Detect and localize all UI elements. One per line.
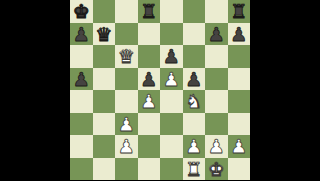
piece-white-queen[interactable]: ♛ (118, 45, 135, 67)
square-e6[interactable]: ♟ (160, 45, 183, 68)
square-e2[interactable] (160, 135, 183, 158)
square-e8[interactable] (160, 0, 183, 23)
square-b6[interactable] (93, 45, 116, 68)
app-window: ♚♜♜♟♛♟♟♛♟♟♟♟♟♟♞♟♟♟♟♟♜♚ (0, 0, 320, 180)
piece-white-rook[interactable]: ♜ (185, 158, 202, 180)
square-g6[interactable] (205, 45, 228, 68)
square-c2[interactable]: ♟ (115, 135, 138, 158)
square-f5[interactable]: ♟ (183, 68, 206, 91)
square-b8[interactable] (93, 0, 116, 23)
piece-white-pawn[interactable]: ♟ (230, 135, 247, 157)
letterbox-left (0, 0, 70, 180)
square-d6[interactable] (138, 45, 161, 68)
square-f4[interactable]: ♞ (183, 90, 206, 113)
square-b4[interactable] (93, 90, 116, 113)
piece-black-pawn[interactable]: ♟ (208, 23, 225, 45)
piece-black-pawn[interactable]: ♟ (73, 23, 90, 45)
square-c8[interactable] (115, 0, 138, 23)
piece-black-pawn[interactable]: ♟ (230, 23, 247, 45)
square-b1[interactable] (93, 158, 116, 181)
square-g1[interactable]: ♚ (205, 158, 228, 181)
square-b2[interactable] (93, 135, 116, 158)
piece-black-rook[interactable]: ♜ (230, 0, 247, 22)
piece-white-pawn[interactable]: ♟ (185, 135, 202, 157)
square-h4[interactable] (228, 90, 251, 113)
square-f6[interactable] (183, 45, 206, 68)
piece-white-king[interactable]: ♚ (208, 158, 225, 180)
square-e4[interactable] (160, 90, 183, 113)
letterbox-right (250, 0, 320, 180)
square-e7[interactable] (160, 23, 183, 46)
piece-black-pawn[interactable]: ♟ (163, 45, 180, 67)
square-d5[interactable]: ♟ (138, 68, 161, 91)
square-h2[interactable]: ♟ (228, 135, 251, 158)
piece-white-pawn[interactable]: ♟ (163, 68, 180, 90)
square-h7[interactable]: ♟ (228, 23, 251, 46)
square-h3[interactable] (228, 113, 251, 136)
square-f3[interactable] (183, 113, 206, 136)
square-a3[interactable] (70, 113, 93, 136)
square-c6[interactable]: ♛ (115, 45, 138, 68)
square-g2[interactable]: ♟ (205, 135, 228, 158)
square-d8[interactable]: ♜ (138, 0, 161, 23)
square-f2[interactable]: ♟ (183, 135, 206, 158)
piece-black-pawn[interactable]: ♟ (185, 68, 202, 90)
square-h1[interactable] (228, 158, 251, 181)
square-d4[interactable]: ♟ (138, 90, 161, 113)
square-a7[interactable]: ♟ (70, 23, 93, 46)
piece-white-pawn[interactable]: ♟ (118, 113, 135, 135)
square-e3[interactable] (160, 113, 183, 136)
square-a2[interactable] (70, 135, 93, 158)
piece-white-pawn[interactable]: ♟ (118, 135, 135, 157)
square-h6[interactable] (228, 45, 251, 68)
square-e1[interactable] (160, 158, 183, 181)
piece-white-pawn[interactable]: ♟ (140, 90, 157, 112)
piece-black-queen[interactable]: ♛ (95, 23, 112, 45)
square-f1[interactable]: ♜ (183, 158, 206, 181)
square-g7[interactable]: ♟ (205, 23, 228, 46)
piece-white-knight[interactable]: ♞ (185, 90, 202, 112)
square-d7[interactable] (138, 23, 161, 46)
square-b5[interactable] (93, 68, 116, 91)
piece-black-pawn[interactable]: ♟ (140, 68, 157, 90)
square-a5[interactable]: ♟ (70, 68, 93, 91)
square-f7[interactable] (183, 23, 206, 46)
square-d2[interactable] (138, 135, 161, 158)
square-a6[interactable] (70, 45, 93, 68)
chess-board: ♚♜♜♟♛♟♟♛♟♟♟♟♟♟♞♟♟♟♟♟♜♚ (70, 0, 250, 180)
square-f8[interactable] (183, 0, 206, 23)
square-b3[interactable] (93, 113, 116, 136)
square-c3[interactable]: ♟ (115, 113, 138, 136)
square-h5[interactable] (228, 68, 251, 91)
piece-white-pawn[interactable]: ♟ (208, 135, 225, 157)
square-c7[interactable] (115, 23, 138, 46)
square-g4[interactable] (205, 90, 228, 113)
square-b7[interactable]: ♛ (93, 23, 116, 46)
square-g8[interactable] (205, 0, 228, 23)
square-g5[interactable] (205, 68, 228, 91)
piece-black-rook[interactable]: ♜ (140, 0, 157, 22)
square-d3[interactable] (138, 113, 161, 136)
square-a8[interactable]: ♚ (70, 0, 93, 23)
piece-black-king[interactable]: ♚ (73, 0, 90, 22)
piece-black-pawn[interactable]: ♟ (73, 68, 90, 90)
square-a4[interactable] (70, 90, 93, 113)
square-c5[interactable] (115, 68, 138, 91)
square-e5[interactable]: ♟ (160, 68, 183, 91)
square-c1[interactable] (115, 158, 138, 181)
square-a1[interactable] (70, 158, 93, 181)
square-d1[interactable] (138, 158, 161, 181)
square-c4[interactable] (115, 90, 138, 113)
square-h8[interactable]: ♜ (228, 0, 251, 23)
square-g3[interactable] (205, 113, 228, 136)
